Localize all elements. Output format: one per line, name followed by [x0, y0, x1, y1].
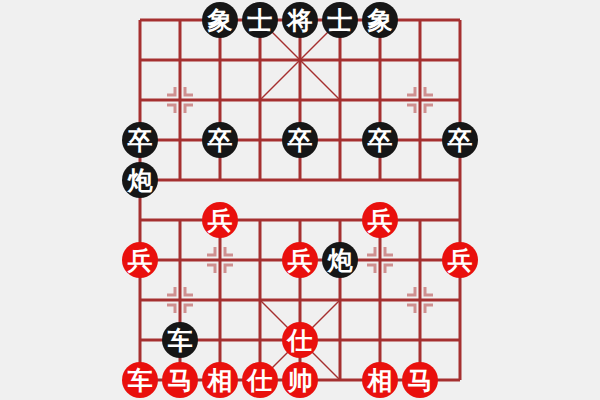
- red-soldier-piece[interactable]: 兵: [282, 242, 318, 278]
- red-soldier-piece[interactable]: 兵: [362, 202, 398, 238]
- black-cannon-piece[interactable]: 炮: [322, 242, 358, 278]
- black-soldier-piece[interactable]: 卒: [202, 122, 238, 158]
- red-general-piece[interactable]: 帅: [282, 362, 318, 398]
- black-advisor-piece[interactable]: 士: [322, 2, 358, 38]
- red-soldier-piece[interactable]: 兵: [442, 242, 478, 278]
- xiangqi-board: 象士将士象卒卒卒卒卒炮炮车兵兵兵兵兵仕车马相仕帅相马: [120, 0, 480, 400]
- red-advisor-piece[interactable]: 仕: [282, 322, 318, 358]
- red-chariot-piece[interactable]: 车: [122, 362, 158, 398]
- xiangqi-board-screenshot: 象士将士象卒卒卒卒卒炮炮车兵兵兵兵兵仕车马相仕帅相马: [0, 0, 600, 400]
- red-soldier-piece[interactable]: 兵: [122, 242, 158, 278]
- black-elephant-piece[interactable]: 象: [202, 2, 238, 38]
- red-elephant-piece[interactable]: 相: [362, 362, 398, 398]
- black-soldier-piece[interactable]: 卒: [362, 122, 398, 158]
- black-elephant-piece[interactable]: 象: [362, 2, 398, 38]
- black-soldier-piece[interactable]: 卒: [282, 122, 318, 158]
- black-advisor-piece[interactable]: 士: [242, 2, 278, 38]
- red-soldier-piece[interactable]: 兵: [202, 202, 238, 238]
- black-soldier-piece[interactable]: 卒: [442, 122, 478, 158]
- black-chariot-piece[interactable]: 车: [162, 322, 198, 358]
- black-soldier-piece[interactable]: 卒: [122, 122, 158, 158]
- black-cannon-piece[interactable]: 炮: [122, 162, 158, 198]
- red-horse-piece[interactable]: 马: [402, 362, 438, 398]
- red-advisor-piece[interactable]: 仕: [242, 362, 278, 398]
- red-elephant-piece[interactable]: 相: [202, 362, 238, 398]
- black-general-piece[interactable]: 将: [282, 2, 318, 38]
- red-horse-piece[interactable]: 马: [162, 362, 198, 398]
